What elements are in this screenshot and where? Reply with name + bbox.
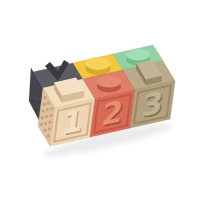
block-beige: 1 1 [38,78,95,147]
gray-side-dot [35,109,38,112]
gray-side-dot [36,92,39,95]
toy-blocks-photo: 1 1 2 2 3 3 [0,0,200,200]
gray-side-dot [32,100,35,103]
yellow-stud-top [86,57,111,70]
green-stud-top [126,49,150,61]
coral-stud-top [97,76,121,88]
blocks-scene: 1 1 2 2 3 3 [0,0,200,200]
